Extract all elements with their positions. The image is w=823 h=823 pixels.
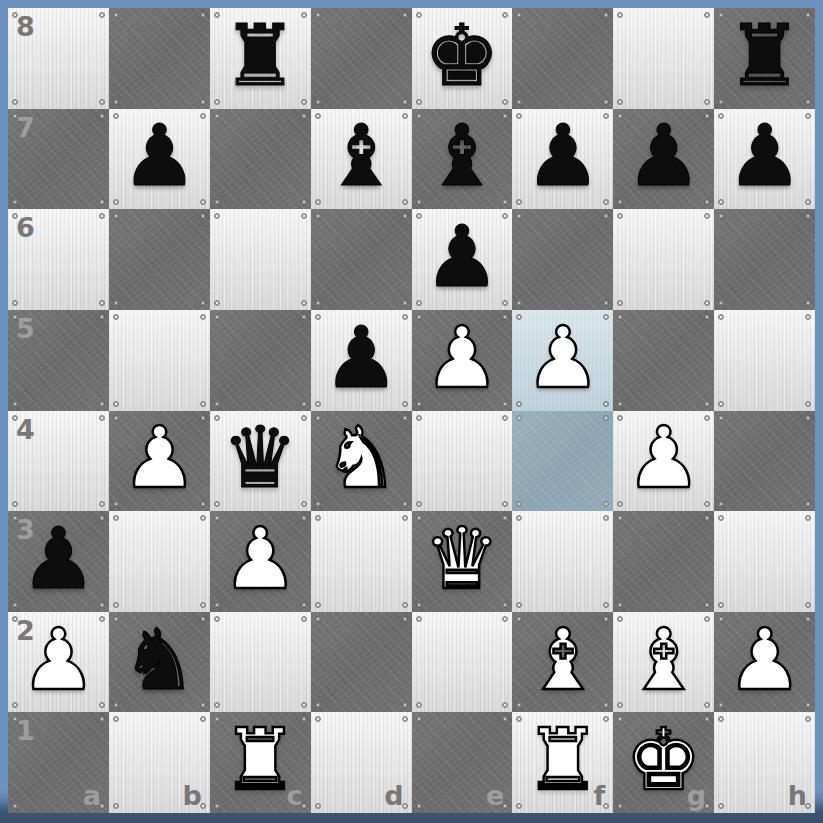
screw-dots — [412, 712, 513, 813]
screw-dots — [512, 511, 613, 612]
square-f4[interactable] — [512, 411, 613, 512]
screw-dots — [210, 310, 311, 411]
white-pawn[interactable]: ♟ — [525, 315, 601, 400]
file-label-b: b — [182, 782, 201, 809]
screw-dots — [613, 209, 714, 310]
screw-dots — [512, 8, 613, 109]
square-b2[interactable]: ♞ — [109, 612, 210, 713]
square-e5[interactable]: ♟ — [412, 310, 513, 411]
black-knight[interactable]: ♞ — [121, 617, 197, 702]
square-c5[interactable] — [210, 310, 311, 411]
black-pawn[interactable]: ♟ — [323, 315, 399, 400]
screw-dots — [412, 411, 513, 512]
black-bishop[interactable]: ♝ — [323, 113, 399, 198]
square-b7[interactable]: ♟ — [109, 109, 210, 210]
screw-dots — [8, 8, 109, 109]
square-g5[interactable] — [613, 310, 714, 411]
file-label-h: h — [788, 782, 807, 809]
square-f7[interactable]: ♟ — [512, 109, 613, 210]
white-pawn[interactable]: ♟ — [726, 617, 802, 702]
square-d5[interactable]: ♟ — [311, 310, 412, 411]
square-b5[interactable] — [109, 310, 210, 411]
square-g3[interactable] — [613, 511, 714, 612]
board-frame: 8♜♚♜7♟♝♝♟♟♟6♟5♟♟♟4♟♛♞♟3♟♟♛2♟♞♝♝♟1abc♜def… — [0, 0, 823, 823]
square-d4[interactable]: ♞ — [311, 411, 412, 512]
rank-label-4: 4 — [16, 416, 35, 443]
file-label-a: a — [83, 782, 101, 809]
black-pawn[interactable]: ♟ — [20, 516, 96, 601]
square-a6[interactable]: 6 — [8, 209, 109, 310]
white-bishop[interactable]: ♝ — [525, 617, 601, 702]
screw-dots — [109, 209, 210, 310]
screw-dots — [512, 209, 613, 310]
square-c7[interactable] — [210, 109, 311, 210]
screw-dots — [109, 511, 210, 612]
square-g1[interactable]: g♚ — [613, 712, 714, 813]
square-e7[interactable]: ♝ — [412, 109, 513, 210]
square-a8[interactable]: 8 — [8, 8, 109, 109]
black-rook[interactable]: ♜ — [222, 13, 298, 98]
square-e6[interactable]: ♟ — [412, 209, 513, 310]
black-rook[interactable]: ♜ — [726, 13, 802, 98]
square-f1[interactable]: f♜ — [512, 712, 613, 813]
square-h1[interactable]: h — [714, 712, 815, 813]
screw-dots — [311, 8, 412, 109]
rank-label-1: 1 — [16, 717, 35, 744]
rank-label-5: 5 — [16, 315, 35, 342]
white-rook[interactable]: ♜ — [222, 717, 298, 802]
screw-dots — [714, 511, 815, 612]
white-knight[interactable]: ♞ — [323, 415, 399, 500]
screw-dots — [512, 411, 613, 512]
screw-dots — [210, 109, 311, 210]
screw-dots — [311, 712, 412, 813]
screw-dots — [8, 411, 109, 512]
square-h8[interactable]: ♜ — [714, 8, 815, 109]
screw-dots — [311, 209, 412, 310]
black-pawn[interactable]: ♟ — [424, 214, 500, 299]
screw-dots — [714, 209, 815, 310]
square-g6[interactable] — [613, 209, 714, 310]
square-f3[interactable] — [512, 511, 613, 612]
square-c8[interactable]: ♜ — [210, 8, 311, 109]
square-a4[interactable]: 4 — [8, 411, 109, 512]
square-g8[interactable] — [613, 8, 714, 109]
white-rook[interactable]: ♜ — [525, 717, 601, 802]
square-b3[interactable] — [109, 511, 210, 612]
square-c2[interactable] — [210, 612, 311, 713]
screw-dots — [109, 310, 210, 411]
square-h5[interactable] — [714, 310, 815, 411]
screw-dots — [311, 511, 412, 612]
screw-dots — [8, 109, 109, 210]
square-a5[interactable]: 5 — [8, 310, 109, 411]
square-h4[interactable] — [714, 411, 815, 512]
square-f6[interactable] — [512, 209, 613, 310]
screw-dots — [109, 8, 210, 109]
square-a1[interactable]: 1a — [8, 712, 109, 813]
square-c1[interactable]: c♜ — [210, 712, 311, 813]
screw-dots — [613, 8, 714, 109]
square-d6[interactable] — [311, 209, 412, 310]
rank-label-7: 7 — [16, 114, 35, 141]
square-d1[interactable]: d — [311, 712, 412, 813]
screw-dots — [8, 209, 109, 310]
black-bishop[interactable]: ♝ — [424, 113, 500, 198]
square-b4[interactable]: ♟ — [109, 411, 210, 512]
white-pawn[interactable]: ♟ — [424, 315, 500, 400]
white-pawn[interactable]: ♟ — [20, 617, 96, 702]
square-c6[interactable] — [210, 209, 311, 310]
black-pawn[interactable]: ♟ — [525, 113, 601, 198]
screw-dots — [8, 712, 109, 813]
square-f2[interactable]: ♝ — [512, 612, 613, 713]
screw-dots — [714, 310, 815, 411]
white-pawn[interactable]: ♟ — [626, 415, 702, 500]
screw-dots — [8, 310, 109, 411]
square-d7[interactable]: ♝ — [311, 109, 412, 210]
square-f8[interactable] — [512, 8, 613, 109]
white-king[interactable]: ♚ — [626, 717, 702, 802]
square-c4[interactable]: ♛ — [210, 411, 311, 512]
black-king[interactable]: ♚ — [424, 13, 500, 98]
white-pawn[interactable]: ♟ — [222, 516, 298, 601]
square-h3[interactable] — [714, 511, 815, 612]
black-pawn[interactable]: ♟ — [726, 113, 802, 198]
square-b6[interactable] — [109, 209, 210, 310]
square-e4[interactable] — [412, 411, 513, 512]
screw-dots — [613, 310, 714, 411]
square-b1[interactable]: b — [109, 712, 210, 813]
screw-dots — [210, 612, 311, 713]
square-e8[interactable]: ♚ — [412, 8, 513, 109]
black-pawn[interactable]: ♟ — [121, 113, 197, 198]
black-queen[interactable]: ♛ — [222, 415, 298, 500]
square-e1[interactable]: e — [412, 712, 513, 813]
square-h6[interactable] — [714, 209, 815, 310]
square-e2[interactable] — [412, 612, 513, 713]
square-c3[interactable]: ♟ — [210, 511, 311, 612]
black-pawn[interactable]: ♟ — [626, 113, 702, 198]
rank-label-8: 8 — [16, 13, 35, 40]
chess-board: 8♜♚♜7♟♝♝♟♟♟6♟5♟♟♟4♟♛♞♟3♟♟♛2♟♞♝♝♟1abc♜def… — [8, 8, 815, 813]
white-bishop[interactable]: ♝ — [626, 617, 702, 702]
white-queen[interactable]: ♛ — [424, 516, 500, 601]
square-g2[interactable]: ♝ — [613, 612, 714, 713]
screw-dots — [210, 209, 311, 310]
square-g4[interactable]: ♟ — [613, 411, 714, 512]
screw-dots — [311, 612, 412, 713]
square-a3[interactable]: 3♟ — [8, 511, 109, 612]
square-a2[interactable]: 2♟ — [8, 612, 109, 713]
square-h2[interactable]: ♟ — [714, 612, 815, 713]
square-d3[interactable] — [311, 511, 412, 612]
square-d2[interactable] — [311, 612, 412, 713]
white-pawn[interactable]: ♟ — [121, 415, 197, 500]
square-b8[interactable] — [109, 8, 210, 109]
rank-label-6: 6 — [16, 214, 35, 241]
screw-dots — [109, 712, 210, 813]
screw-dots — [714, 712, 815, 813]
square-h7[interactable]: ♟ — [714, 109, 815, 210]
square-a7[interactable]: 7 — [8, 109, 109, 210]
file-label-d: d — [384, 782, 403, 809]
square-f5[interactable]: ♟ — [512, 310, 613, 411]
square-e3[interactable]: ♛ — [412, 511, 513, 612]
screw-dots — [412, 612, 513, 713]
square-g7[interactable]: ♟ — [613, 109, 714, 210]
file-label-e: e — [486, 782, 504, 809]
square-d8[interactable] — [311, 8, 412, 109]
screw-dots — [613, 511, 714, 612]
screw-dots — [714, 411, 815, 512]
